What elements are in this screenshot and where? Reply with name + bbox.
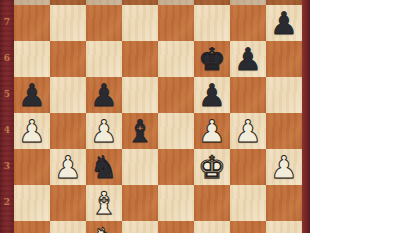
white-pawn-f4[interactable]: ♟ bbox=[194, 113, 230, 149]
board-squares: ♟♚♟♟♟♟♟♟♝♟♟♟♞♚♟♝♞ bbox=[14, 0, 302, 233]
rank-label-5: 5 bbox=[0, 89, 14, 99]
square-a7[interactable] bbox=[14, 5, 50, 41]
square-h1[interactable] bbox=[266, 221, 302, 233]
white-bishop-c2[interactable]: ♝ bbox=[86, 185, 122, 221]
square-b4[interactable] bbox=[50, 113, 86, 149]
square-a3[interactable] bbox=[14, 149, 50, 185]
square-g5[interactable] bbox=[230, 77, 266, 113]
square-d1[interactable] bbox=[122, 221, 158, 233]
black-king-f6[interactable]: ♚ bbox=[194, 41, 230, 77]
black-pawn-f5[interactable]: ♟ bbox=[194, 77, 230, 113]
square-d3[interactable] bbox=[122, 149, 158, 185]
white-knight-c1[interactable]: ♞ bbox=[86, 221, 122, 233]
square-h5[interactable] bbox=[266, 77, 302, 113]
black-pawn-h7[interactable]: ♟ bbox=[266, 5, 302, 41]
rank-label-2: 2 bbox=[0, 197, 14, 207]
square-c3[interactable]: ♞ bbox=[86, 149, 122, 185]
square-f5[interactable]: ♟ bbox=[194, 77, 230, 113]
square-b7[interactable] bbox=[50, 5, 86, 41]
square-a2[interactable] bbox=[14, 185, 50, 221]
chess-board: ♟♚♟♟♟♟♟♟♝♟♟♟♞♚♟♝♞ 87654321 bbox=[0, 0, 310, 233]
square-h2[interactable] bbox=[266, 185, 302, 221]
square-d7[interactable] bbox=[122, 5, 158, 41]
square-e2[interactable] bbox=[158, 185, 194, 221]
square-a4[interactable]: ♟ bbox=[14, 113, 50, 149]
square-e1[interactable] bbox=[158, 221, 194, 233]
square-h6[interactable] bbox=[266, 41, 302, 77]
square-f3[interactable]: ♚ bbox=[194, 149, 230, 185]
white-pawn-a4[interactable]: ♟ bbox=[14, 113, 50, 149]
black-pawn-c5[interactable]: ♟ bbox=[86, 77, 122, 113]
square-c7[interactable] bbox=[86, 5, 122, 41]
white-pawn-h3[interactable]: ♟ bbox=[266, 149, 302, 185]
square-b3[interactable]: ♟ bbox=[50, 149, 86, 185]
rank-label-6: 6 bbox=[0, 53, 14, 63]
white-pawn-c4[interactable]: ♟ bbox=[86, 113, 122, 149]
square-a5[interactable]: ♟ bbox=[14, 77, 50, 113]
square-e7[interactable] bbox=[158, 5, 194, 41]
square-f4[interactable]: ♟ bbox=[194, 113, 230, 149]
black-knight-c3[interactable]: ♞ bbox=[86, 149, 122, 185]
square-c6[interactable] bbox=[86, 41, 122, 77]
rank-label-3: 3 bbox=[0, 161, 14, 171]
square-f1[interactable] bbox=[194, 221, 230, 233]
square-e6[interactable] bbox=[158, 41, 194, 77]
square-f6[interactable]: ♚ bbox=[194, 41, 230, 77]
square-e4[interactable] bbox=[158, 113, 194, 149]
square-a1[interactable] bbox=[14, 221, 50, 233]
white-pawn-b3[interactable]: ♟ bbox=[50, 149, 86, 185]
square-e5[interactable] bbox=[158, 77, 194, 113]
black-bishop-d4[interactable]: ♝ bbox=[122, 113, 158, 149]
square-g6[interactable]: ♟ bbox=[230, 41, 266, 77]
square-b2[interactable] bbox=[50, 185, 86, 221]
square-f7[interactable] bbox=[194, 5, 230, 41]
chess-board-screenshot: ♟♚♟♟♟♟♟♟♝♟♟♟♞♚♟♝♞ 87654321 bbox=[0, 0, 414, 233]
square-b5[interactable] bbox=[50, 77, 86, 113]
square-e3[interactable] bbox=[158, 149, 194, 185]
square-a6[interactable] bbox=[14, 41, 50, 77]
rank-label-4: 4 bbox=[0, 125, 14, 135]
square-b6[interactable] bbox=[50, 41, 86, 77]
black-pawn-g6[interactable]: ♟ bbox=[230, 41, 266, 77]
black-pawn-a5[interactable]: ♟ bbox=[14, 77, 50, 113]
square-c5[interactable]: ♟ bbox=[86, 77, 122, 113]
square-c2[interactable]: ♝ bbox=[86, 185, 122, 221]
square-g7[interactable] bbox=[230, 5, 266, 41]
square-h7[interactable]: ♟ bbox=[266, 5, 302, 41]
square-d2[interactable] bbox=[122, 185, 158, 221]
square-h3[interactable]: ♟ bbox=[266, 149, 302, 185]
square-c4[interactable]: ♟ bbox=[86, 113, 122, 149]
white-pawn-g4[interactable]: ♟ bbox=[230, 113, 266, 149]
square-g1[interactable] bbox=[230, 221, 266, 233]
square-g3[interactable] bbox=[230, 149, 266, 185]
white-king-f3[interactable]: ♚ bbox=[194, 149, 230, 185]
board-right-border bbox=[302, 0, 310, 233]
square-c1[interactable]: ♞ bbox=[86, 221, 122, 233]
square-f2[interactable] bbox=[194, 185, 230, 221]
square-h4[interactable] bbox=[266, 113, 302, 149]
square-d6[interactable] bbox=[122, 41, 158, 77]
square-b1[interactable] bbox=[50, 221, 86, 233]
square-d5[interactable] bbox=[122, 77, 158, 113]
square-g2[interactable] bbox=[230, 185, 266, 221]
square-d4[interactable]: ♝ bbox=[122, 113, 158, 149]
rank-label-7: 7 bbox=[0, 17, 14, 27]
square-g4[interactable]: ♟ bbox=[230, 113, 266, 149]
